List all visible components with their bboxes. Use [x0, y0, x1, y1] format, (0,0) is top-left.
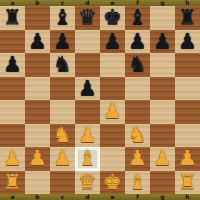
square-b5[interactable] — [25, 77, 50, 101]
square-d7[interactable] — [75, 30, 100, 54]
square-b8[interactable] — [25, 6, 50, 30]
file-label-b: b — [25, 194, 50, 200]
square-e8[interactable]: ♚ — [100, 6, 125, 30]
square-a5[interactable] — [0, 77, 25, 101]
square-a7[interactable] — [0, 30, 25, 54]
square-f4[interactable] — [125, 100, 150, 124]
square-h2[interactable]: ♟ — [175, 147, 200, 171]
white-pawn[interactable]: ♟ — [128, 147, 147, 170]
square-d4[interactable] — [75, 100, 100, 124]
white-pawn[interactable]: ♟ — [153, 147, 172, 170]
white-knight[interactable]: ♞ — [128, 124, 147, 147]
black-king[interactable]: ♚ — [103, 6, 122, 29]
square-f1[interactable]: ♝ — [125, 171, 150, 195]
square-g1[interactable] — [150, 171, 175, 195]
square-e6[interactable] — [100, 53, 125, 77]
square-e4[interactable]: ♟ — [100, 100, 125, 124]
square-c5[interactable] — [50, 77, 75, 101]
square-h7[interactable]: ♟ — [175, 30, 200, 54]
square-a6[interactable]: ♟ — [0, 53, 25, 77]
black-pawn[interactable]: ♟ — [103, 30, 122, 53]
black-pawn[interactable]: ♟ — [153, 30, 172, 53]
square-e5[interactable] — [100, 77, 125, 101]
white-bishop[interactable]: ♝ — [78, 147, 97, 170]
black-pawn[interactable]: ♟ — [178, 30, 197, 53]
white-pawn[interactable]: ♟ — [103, 100, 122, 123]
black-queen[interactable]: ♛ — [78, 6, 97, 29]
file-label-c: c — [50, 194, 75, 200]
square-b1[interactable] — [25, 171, 50, 195]
square-e2[interactable] — [100, 147, 125, 171]
square-h5[interactable] — [175, 77, 200, 101]
file-label-g: g — [150, 194, 175, 200]
black-knight[interactable]: ♞ — [128, 53, 147, 76]
square-c7[interactable]: ♟ — [50, 30, 75, 54]
square-d8[interactable]: ♛ — [75, 6, 100, 30]
square-b4[interactable] — [25, 100, 50, 124]
square-g2[interactable]: ♟ — [150, 147, 175, 171]
square-f8[interactable]: ♝ — [125, 6, 150, 30]
square-h6[interactable] — [175, 53, 200, 77]
black-pawn[interactable]: ♟ — [3, 53, 22, 76]
black-pawn[interactable]: ♟ — [53, 30, 72, 53]
square-a4[interactable] — [0, 100, 25, 124]
square-c3[interactable]: ♞ — [50, 124, 75, 148]
square-d1[interactable]: ♛ — [75, 171, 100, 195]
file-label-a: a — [0, 194, 25, 200]
square-a8[interactable]: ♜ — [0, 6, 25, 30]
square-e1[interactable]: ♚ — [100, 171, 125, 195]
square-f6[interactable]: ♞ — [125, 53, 150, 77]
chess-app-window: abcdefgh ♜♝♛♚♝♜♟♟♟♟♟♟♟♞♞♟♟♞♟♞♟♟♟♝♟♟♟♜♛♚♝… — [0, 0, 200, 200]
square-h3[interactable] — [175, 124, 200, 148]
square-e7[interactable]: ♟ — [100, 30, 125, 54]
white-bishop[interactable]: ♝ — [128, 171, 147, 194]
square-d2[interactable]: ♝ — [75, 147, 100, 171]
square-b6[interactable] — [25, 53, 50, 77]
file-label-h: h — [175, 194, 200, 200]
file-label-f: f — [125, 194, 150, 200]
white-rook[interactable]: ♜ — [178, 171, 197, 194]
black-bishop[interactable]: ♝ — [53, 6, 72, 29]
square-f7[interactable]: ♟ — [125, 30, 150, 54]
chess-board: ♜♝♛♚♝♜♟♟♟♟♟♟♟♞♞♟♟♞♟♞♟♟♟♝♟♟♟♜♛♚♝♜ — [0, 6, 200, 194]
square-f5[interactable] — [125, 77, 150, 101]
white-pawn[interactable]: ♟ — [178, 147, 197, 170]
black-pawn[interactable]: ♟ — [128, 30, 147, 53]
square-d5[interactable]: ♟ — [75, 77, 100, 101]
black-knight[interactable]: ♞ — [53, 53, 72, 76]
square-a1[interactable]: ♜ — [0, 171, 25, 195]
square-f3[interactable]: ♞ — [125, 124, 150, 148]
square-c6[interactable]: ♞ — [50, 53, 75, 77]
square-g8[interactable] — [150, 6, 175, 30]
square-c8[interactable]: ♝ — [50, 6, 75, 30]
white-king[interactable]: ♚ — [103, 171, 122, 194]
white-knight[interactable]: ♞ — [53, 124, 72, 147]
white-pawn[interactable]: ♟ — [53, 147, 72, 170]
file-label-e: e — [100, 194, 125, 200]
square-g5[interactable] — [150, 77, 175, 101]
white-pawn[interactable]: ♟ — [3, 147, 22, 170]
file-labels-bottom: abcdefgh — [0, 194, 200, 200]
square-a3[interactable] — [0, 124, 25, 148]
square-b7[interactable]: ♟ — [25, 30, 50, 54]
square-g6[interactable] — [150, 53, 175, 77]
square-h8[interactable]: ♜ — [175, 6, 200, 30]
file-label-d: d — [75, 194, 100, 200]
black-bishop[interactable]: ♝ — [128, 6, 147, 29]
square-b3[interactable] — [25, 124, 50, 148]
square-g3[interactable] — [150, 124, 175, 148]
white-pawn[interactable]: ♟ — [78, 124, 97, 147]
square-h4[interactable] — [175, 100, 200, 124]
square-b2[interactable]: ♟ — [25, 147, 50, 171]
black-pawn[interactable]: ♟ — [28, 30, 47, 53]
square-a2[interactable]: ♟ — [0, 147, 25, 171]
white-rook[interactable]: ♜ — [3, 171, 22, 194]
white-pawn[interactable]: ♟ — [28, 147, 47, 170]
black-pawn[interactable]: ♟ — [78, 77, 97, 100]
square-d3[interactable]: ♟ — [75, 124, 100, 148]
black-rook[interactable]: ♜ — [3, 6, 22, 29]
square-h1[interactable]: ♜ — [175, 171, 200, 195]
square-g7[interactable]: ♟ — [150, 30, 175, 54]
square-f2[interactable]: ♟ — [125, 147, 150, 171]
white-queen[interactable]: ♛ — [78, 171, 97, 194]
square-c4[interactable] — [50, 100, 75, 124]
square-d6[interactable] — [75, 53, 100, 77]
square-g4[interactable] — [150, 100, 175, 124]
square-c1[interactable] — [50, 171, 75, 195]
square-c2[interactable]: ♟ — [50, 147, 75, 171]
black-rook[interactable]: ♜ — [178, 6, 197, 29]
square-e3[interactable] — [100, 124, 125, 148]
